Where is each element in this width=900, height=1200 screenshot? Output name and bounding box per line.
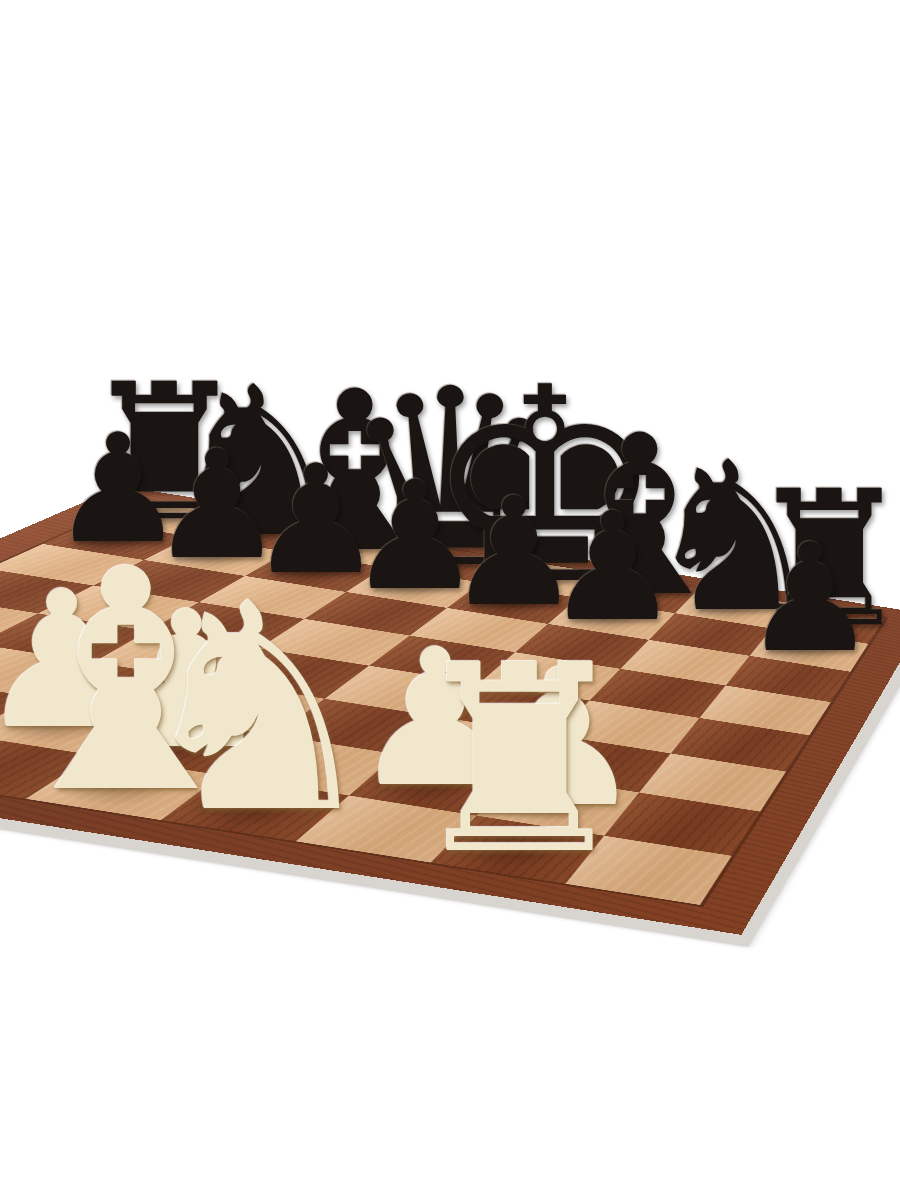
chessboard — [0, 486, 900, 935]
photo-scene: ♜♞♝♛♚♝♞♜♟♟♟♟♟♟♟♝♟♟♟♟♟♚♝♞♜ — [0, 0, 900, 1200]
